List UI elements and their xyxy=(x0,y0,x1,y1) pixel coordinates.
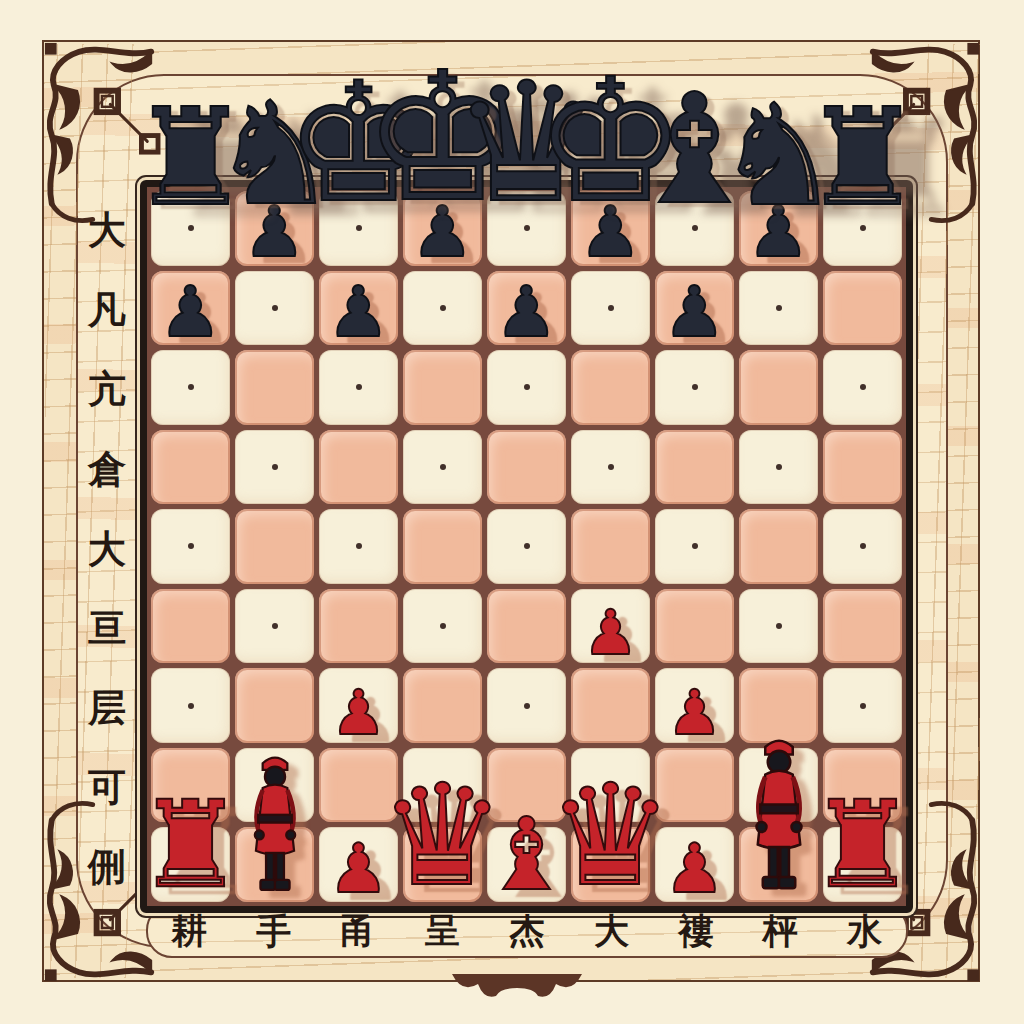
square-dot xyxy=(608,464,614,470)
square-g4[interactable] xyxy=(655,589,734,664)
square-h5[interactable] xyxy=(739,509,818,584)
square-h6[interactable] xyxy=(739,430,818,505)
rank-label-3: 层 xyxy=(78,668,136,748)
square-a8[interactable]: ♟ xyxy=(151,271,230,346)
square-dot xyxy=(608,305,614,311)
black-rook-piece[interactable]: ♜ xyxy=(802,95,922,222)
square-a1[interactable]: ♜ xyxy=(151,827,230,902)
square-b4[interactable] xyxy=(235,589,314,664)
square-dot xyxy=(860,384,866,390)
square-e7[interactable] xyxy=(487,350,566,425)
square-g5[interactable] xyxy=(655,509,734,584)
file-label-c: 甬 xyxy=(316,905,400,957)
square-dot xyxy=(188,543,194,549)
square-i1[interactable]: ♜ xyxy=(823,827,902,902)
red-pawn-piece[interactable]: ♟ xyxy=(583,604,639,663)
square-i8[interactable] xyxy=(823,271,902,346)
red-pawn-piece[interactable]: ♟ xyxy=(664,837,725,902)
red-rook-piece[interactable]: ♜ xyxy=(137,788,245,902)
square-a3[interactable] xyxy=(151,668,230,743)
square-c8[interactable]: ♟ xyxy=(319,271,398,346)
file-label-d: 呈 xyxy=(400,905,484,957)
square-g1[interactable]: ♟ xyxy=(655,827,734,902)
rank-label-5: 大 xyxy=(78,509,136,589)
square-c3[interactable]: ♟ xyxy=(319,668,398,743)
square-e6[interactable] xyxy=(487,430,566,505)
square-dot xyxy=(356,543,362,549)
square-b5[interactable] xyxy=(235,509,314,584)
square-h8[interactable] xyxy=(739,271,818,346)
square-f6[interactable] xyxy=(571,430,650,505)
red-queen-piece[interactable]: ♛ xyxy=(548,769,674,902)
black-pawn-piece[interactable]: ♟ xyxy=(663,279,726,346)
red-guard-piece[interactable] xyxy=(739,734,819,900)
square-h4[interactable] xyxy=(739,589,818,664)
file-label-f: 大 xyxy=(569,905,653,957)
square-c6[interactable] xyxy=(319,430,398,505)
file-label-h: 枰 xyxy=(738,905,822,957)
square-e4[interactable] xyxy=(487,589,566,664)
black-pawn-piece[interactable]: ♟ xyxy=(159,279,222,346)
rank-label-7: 亢 xyxy=(78,350,136,430)
square-e8[interactable]: ♟ xyxy=(487,271,566,346)
square-dot xyxy=(776,623,782,629)
file-label-b: 手 xyxy=(231,905,315,957)
square-dot xyxy=(440,464,446,470)
square-g7[interactable] xyxy=(655,350,734,425)
square-i5[interactable] xyxy=(823,509,902,584)
square-b8[interactable] xyxy=(235,271,314,346)
square-dot xyxy=(860,703,866,709)
square-a7[interactable] xyxy=(151,350,230,425)
square-e5[interactable] xyxy=(487,509,566,584)
square-dot xyxy=(692,543,698,549)
square-dot xyxy=(776,464,782,470)
square-f5[interactable] xyxy=(571,509,650,584)
rank-label-1: 侀 xyxy=(78,828,136,908)
square-dot xyxy=(524,543,530,549)
square-dot xyxy=(524,703,530,709)
file-label-a: 耕 xyxy=(147,905,231,957)
square-b3[interactable] xyxy=(235,668,314,743)
square-dot xyxy=(272,464,278,470)
square-g8[interactable]: ♟ xyxy=(655,271,734,346)
square-e3[interactable] xyxy=(487,668,566,743)
rank-label-8: 凡 xyxy=(78,271,136,351)
square-dot xyxy=(188,703,194,709)
square-g3[interactable]: ♟ xyxy=(655,668,734,743)
file-label-e: 杰 xyxy=(485,905,569,957)
square-c4[interactable] xyxy=(319,589,398,664)
square-f7[interactable] xyxy=(571,350,650,425)
square-f1[interactable]: ♛ xyxy=(571,827,650,902)
square-h7[interactable] xyxy=(739,350,818,425)
square-dot xyxy=(356,384,362,390)
square-f8[interactable] xyxy=(571,271,650,346)
square-dot xyxy=(524,384,530,390)
rank-label-6: 倉 xyxy=(78,430,136,510)
square-dot xyxy=(776,305,782,311)
artwork-canvas: ♟♟♟♟♟♟♟♟♟♟♟♜ ♟♛♝♛♟ ♜ xyxy=(0,0,1024,1024)
square-c5[interactable] xyxy=(319,509,398,584)
square-d1[interactable]: ♛ xyxy=(403,827,482,902)
rank-labels: 大凡亢倉大亘层可侀 xyxy=(78,191,136,907)
square-i6[interactable] xyxy=(823,430,902,505)
rank-label-2: 可 xyxy=(78,748,136,828)
square-a6[interactable] xyxy=(151,430,230,505)
board-grid: ♟♟♟♟♟♟♟♟♟♟♟♜ ♟♛♝♛♟ ♜ xyxy=(147,187,906,906)
square-g6[interactable] xyxy=(655,430,734,505)
square-f4[interactable]: ♟ xyxy=(571,589,650,664)
square-dot xyxy=(272,305,278,311)
square-dot xyxy=(440,623,446,629)
red-pawn-piece[interactable]: ♟ xyxy=(667,684,723,743)
red-rook-piece[interactable]: ♜ xyxy=(809,788,917,902)
square-b6[interactable] xyxy=(235,430,314,505)
square-d7[interactable] xyxy=(403,350,482,425)
square-d6[interactable] xyxy=(403,430,482,505)
square-dot xyxy=(272,623,278,629)
square-i7[interactable] xyxy=(823,350,902,425)
chess-board: ♟♟♟♟♟♟♟♟♟♟♟♜ ♟♛♝♛♟ ♜ xyxy=(140,180,913,913)
square-d5[interactable] xyxy=(403,509,482,584)
square-f3[interactable] xyxy=(571,668,650,743)
square-i4[interactable] xyxy=(823,589,902,664)
square-dot xyxy=(860,543,866,549)
square-i3[interactable] xyxy=(823,668,902,743)
rank-label-4: 亘 xyxy=(78,589,136,669)
square-a5[interactable] xyxy=(151,509,230,584)
square-d3[interactable] xyxy=(403,668,482,743)
square-dot xyxy=(188,384,194,390)
rank-label-9: 大 xyxy=(78,191,136,271)
file-labels: 耕手甬呈杰大褸枰水 xyxy=(147,905,907,957)
black-pawn-piece[interactable]: ♟ xyxy=(495,279,558,346)
red-pawn-piece[interactable]: ♟ xyxy=(331,684,387,743)
square-b7[interactable] xyxy=(235,350,314,425)
square-h1[interactable] xyxy=(739,827,818,902)
square-a4[interactable] xyxy=(151,589,230,664)
black-pawn-piece[interactable]: ♟ xyxy=(327,279,390,346)
file-label-g: 褸 xyxy=(654,905,738,957)
square-c7[interactable] xyxy=(319,350,398,425)
square-dot xyxy=(692,384,698,390)
square-d4[interactable] xyxy=(403,589,482,664)
square-b1[interactable] xyxy=(235,827,314,902)
square-h3[interactable] xyxy=(739,668,818,743)
file-label-i: 水 xyxy=(823,905,907,957)
square-dot xyxy=(440,305,446,311)
red-guard-piece[interactable] xyxy=(239,752,311,900)
square-d8[interactable] xyxy=(403,271,482,346)
